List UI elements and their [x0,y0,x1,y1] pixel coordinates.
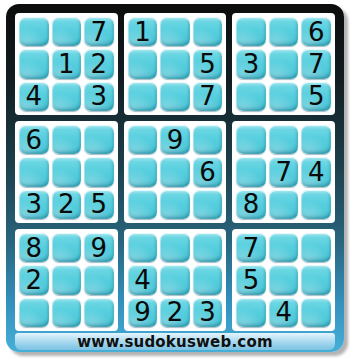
cell-r9c8: 4 [269,298,299,327]
cell-r1c9: 6 [301,17,331,46]
cell-r4c9[interactable] [301,125,331,154]
cell-r3c6: 7 [193,82,223,111]
cell-r2c7: 3 [236,49,266,78]
cell-r6c9[interactable] [301,190,331,219]
cell-r9c3[interactable] [84,298,114,327]
cell-r2c9: 7 [301,49,331,78]
cell-r1c1[interactable] [19,17,49,46]
cell-r3c4[interactable] [128,82,158,111]
sudoku-board: 7124315763756325967488924923754 [15,13,335,331]
cell-r7c2[interactable] [52,233,82,262]
cell-r7c3: 9 [84,233,114,262]
cell-r7c7: 7 [236,233,266,262]
cell-r2c3: 2 [84,49,114,78]
cell-r1c6[interactable] [193,17,223,46]
cell-r9c6: 3 [193,298,223,327]
cell-r3c5[interactable] [160,82,190,111]
box-3: 6375 [232,13,335,115]
cell-r5c5[interactable] [160,157,190,186]
cell-r1c7[interactable] [236,17,266,46]
cell-r1c2[interactable] [52,17,82,46]
cell-r3c2[interactable] [52,82,82,111]
cell-r8c1: 2 [19,265,49,294]
cell-r8c6[interactable] [193,265,223,294]
cell-r4c8[interactable] [269,125,299,154]
cell-r4c1: 6 [19,125,49,154]
cell-r6c5[interactable] [160,190,190,219]
cell-r5c8: 7 [269,157,299,186]
cell-r2c6: 5 [193,49,223,78]
box-7: 892 [15,229,118,331]
cell-r5c2[interactable] [52,157,82,186]
box-8: 4923 [124,229,227,331]
cell-r5c9: 4 [301,157,331,186]
box-2: 157 [124,13,227,115]
cell-r1c3: 7 [84,17,114,46]
cell-r7c9[interactable] [301,233,331,262]
cell-r9c9[interactable] [301,298,331,327]
box-9: 754 [232,229,335,331]
box-5: 96 [124,121,227,223]
cell-r6c2: 2 [52,190,82,219]
cell-r3c7[interactable] [236,82,266,111]
cell-r9c5: 2 [160,298,190,327]
website-footer: www.sudokusweb.com [15,333,335,350]
cell-r8c3[interactable] [84,265,114,294]
cell-r8c9[interactable] [301,265,331,294]
cell-r9c2[interactable] [52,298,82,327]
cell-r3c9: 5 [301,82,331,111]
cell-r2c8[interactable] [269,49,299,78]
box-1: 71243 [15,13,118,115]
cell-r5c3[interactable] [84,157,114,186]
cell-r8c7: 5 [236,265,266,294]
cell-r2c2: 1 [52,49,82,78]
box-6: 748 [232,121,335,223]
cell-r7c5[interactable] [160,233,190,262]
cell-r2c1[interactable] [19,49,49,78]
cell-r8c5[interactable] [160,265,190,294]
cell-r4c7[interactable] [236,125,266,154]
cell-r1c8[interactable] [269,17,299,46]
website-url: www.sudokusweb.com [77,333,272,351]
sudoku-image: 7124315763756325967488924923754 www.sudo… [0,0,350,360]
cell-r2c5[interactable] [160,49,190,78]
cell-r8c2[interactable] [52,265,82,294]
cell-r8c8[interactable] [269,265,299,294]
cell-r9c7[interactable] [236,298,266,327]
cell-r6c6[interactable] [193,190,223,219]
cell-r4c2[interactable] [52,125,82,154]
cell-r4c3[interactable] [84,125,114,154]
cell-r5c1[interactable] [19,157,49,186]
cell-r1c5[interactable] [160,17,190,46]
cell-r6c8[interactable] [269,190,299,219]
cell-r6c7: 8 [236,190,266,219]
cell-r4c5: 9 [160,125,190,154]
cell-r9c4: 9 [128,298,158,327]
board-frame: 7124315763756325967488924923754 www.sudo… [6,4,344,352]
cell-r7c6[interactable] [193,233,223,262]
cell-r9c1[interactable] [19,298,49,327]
cell-r5c7[interactable] [236,157,266,186]
cell-r3c3: 3 [84,82,114,111]
cell-r3c1: 4 [19,82,49,111]
cell-r2c4[interactable] [128,49,158,78]
cell-r7c8[interactable] [269,233,299,262]
cell-r6c3: 5 [84,190,114,219]
box-4: 6325 [15,121,118,223]
cell-r8c4: 4 [128,265,158,294]
cell-r6c4[interactable] [128,190,158,219]
cell-r4c6[interactable] [193,125,223,154]
cell-r1c4: 1 [128,17,158,46]
cell-r4c4[interactable] [128,125,158,154]
cell-r6c1: 3 [19,190,49,219]
cell-r7c1: 8 [19,233,49,262]
cell-r7c4[interactable] [128,233,158,262]
cell-r5c6: 6 [193,157,223,186]
cell-r5c4[interactable] [128,157,158,186]
cell-r3c8[interactable] [269,82,299,111]
